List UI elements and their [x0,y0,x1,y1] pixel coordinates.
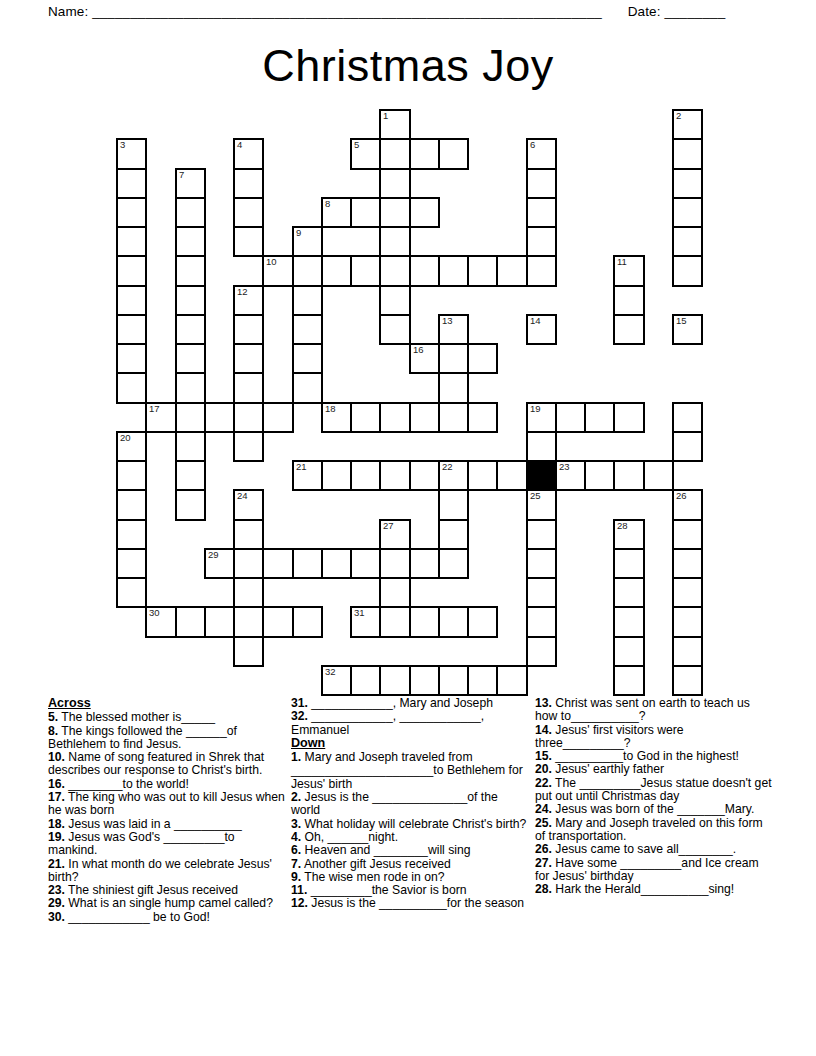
grid-cell-r9c4[interactable] [233,372,264,404]
grid-cell-r14c4[interactable] [233,519,264,550]
clue-number: 24. [535,802,552,816]
grid-cell-r6c4[interactable]: 12 [233,285,264,316]
grid-cell-r10c12[interactable] [467,402,498,433]
grid-cell-r3c19[interactable] [672,197,703,228]
clue-number: 7. [291,857,301,871]
cell-number-1: 1 [383,110,388,121]
grid-cell-r5c11[interactable] [438,255,469,287]
grid-cell-r14c14[interactable] [526,519,557,550]
grid-cell-r11c14[interactable] [526,431,557,462]
grid-cell-r16c17[interactable] [613,577,645,608]
clue-number: 12. [291,896,308,910]
grid-cell-r10c4[interactable] [233,402,264,433]
clue-down-20: 20. Jesus' earthly father [535,763,772,776]
cell-number-10: 10 [266,256,277,267]
grid-cell-r1c19[interactable] [672,138,703,170]
grid-cell-r1c10[interactable] [409,138,440,170]
grid-cell-r3c0[interactable] [116,197,147,228]
grid-cell-r9c2[interactable] [175,372,206,404]
grid-cell-r3c14[interactable] [526,197,557,228]
clue-number: 19. [48,830,65,844]
grid-cell-r18c19[interactable] [672,636,703,667]
clue-number: 20. [535,762,552,776]
grid-cell-r16c0[interactable] [116,577,147,608]
grid-cell-r12c15[interactable]: 23 [555,460,586,491]
clue-across-5: 5. The blessed mother is_____ [48,711,285,724]
cell-number-24: 24 [237,490,248,501]
grid-cell-r10c1[interactable]: 17 [145,402,177,433]
down-header: Down [291,737,528,750]
clue-number: 13. [535,696,552,710]
grid-cell-r2c4[interactable] [233,168,264,199]
grid-cell-r10c17[interactable] [613,402,645,433]
grid-cell-r9c0[interactable] [116,372,147,404]
grid-cell-r7c4[interactable] [233,314,264,345]
grid-cell-r10c10[interactable] [409,402,440,433]
cell-number-16: 16 [413,344,424,355]
grid-cell-r19c9[interactable] [379,665,411,696]
clue-across-21: 21. In what month do we celebrate Jesus'… [48,858,285,885]
cell-number-21: 21 [296,461,307,472]
clue-number: 17. [48,790,65,804]
grid-cell-r19c8[interactable] [350,665,381,696]
cell-number-12: 12 [237,286,248,297]
cell-number-9: 9 [296,227,301,238]
grid-cell-r17c8[interactable]: 31 [350,606,381,638]
grid-cell-r5c9[interactable] [379,255,411,287]
grid-cell-r16c14[interactable] [526,577,557,608]
clue-down-25: 25. Mary and Joseph traveled on this for… [535,817,772,844]
clue-down-9: 9. The wise men rode in on? [291,871,528,884]
clue-across-8: 8. The kings followed the ______of Bethl… [48,725,285,752]
grid-cell-r18c4[interactable] [233,636,264,667]
grid-cell-r6c9[interactable] [379,285,411,316]
clue-number: 1. [291,750,301,764]
clue-number: 26. [535,842,552,856]
grid-cell-r5c8[interactable] [350,255,381,287]
cell-number-13: 13 [442,315,453,326]
grid-cell-r9c6[interactable] [292,372,323,404]
grid-cell-r15c17[interactable] [613,548,645,579]
clue-down-14: 14. Jesus' first visitors were three____… [535,724,772,751]
clue-number: 22. [535,776,552,790]
grid-cell-r12c11[interactable]: 22 [438,460,469,491]
clue-column-3: 13. Christ was sent on earth to teach us… [535,697,772,896]
grid-cell-r17c5[interactable] [262,606,294,638]
clue-number: 31. [291,696,308,710]
grid-cell-r7c17[interactable] [613,314,645,345]
grid-cell-r1c8[interactable]: 5 [350,138,381,170]
cell-number-31: 31 [354,607,365,618]
grid-cell-r2c19[interactable] [672,168,703,199]
cell-number-2: 2 [676,110,681,121]
grid-cell-r8c4[interactable] [233,343,264,374]
grid-cell-r15c5[interactable] [262,548,294,579]
clue-across-17: 17. The king who was out to kill Jesus w… [48,791,285,818]
clue-down-24: 24. Jesus was born of the _______Mary. [535,803,772,816]
grid-cell-r3c10[interactable] [409,197,440,228]
grid-cell-r12c17[interactable] [613,460,645,491]
grid-cell-r4c14[interactable] [526,226,557,257]
clue-down-4: 4. Oh, ______night. [291,831,528,844]
grid-cell-r10c5[interactable] [262,402,294,433]
clue-number: 23. [48,883,65,897]
grid-cell-r17c2[interactable] [175,606,206,638]
grid-cell-r11c4[interactable] [233,431,264,462]
grid-cell-r12c6[interactable]: 21 [292,460,323,491]
grid-cell-r15c11[interactable] [438,548,469,579]
grid-cell-r17c3[interactable] [204,606,235,638]
cell-number-15: 15 [676,315,687,326]
grid-cell-r1c14[interactable]: 6 [526,138,557,170]
grid-cell-r7c2[interactable] [175,314,206,345]
cell-number-6: 6 [530,139,535,150]
grid-cell-r18c14[interactable] [526,636,557,667]
grid-cell-r5c10[interactable] [409,255,440,287]
clue-number: 11. [291,883,307,897]
cell-number-3: 3 [120,139,125,150]
grid-cell-r5c6[interactable] [292,255,323,287]
grid-cell-r6c2[interactable] [175,285,206,316]
grid-cell-r8c10[interactable]: 16 [409,343,440,374]
grid-cell-r19c10[interactable] [409,665,440,696]
grid-cell-r7c14[interactable]: 14 [526,314,557,345]
black-cell [526,460,557,491]
grid-cell-r7c0[interactable] [116,314,147,345]
grid-cell-r8c0[interactable] [116,343,147,374]
cell-number-26: 26 [676,490,687,501]
grid-cell-r12c16[interactable] [584,460,615,491]
grid-cell-r8c11[interactable] [438,343,469,374]
grid-cell-r0c9[interactable]: 1 [379,109,411,140]
grid-cell-r4c2[interactable] [175,226,206,257]
grid-cell-r19c17[interactable] [613,665,645,696]
clue-number: 25. [535,816,552,830]
grid-cell-r16c4[interactable] [233,577,264,608]
grid-cell-r4c4[interactable] [233,226,264,257]
clue-number: 5. [48,710,58,724]
clue-number: 4. [291,830,301,844]
clue-number: 3. [291,817,301,831]
cell-number-7: 7 [179,169,184,180]
grid-cell-r10c2[interactable] [175,402,206,433]
clue-number: 2. [291,790,301,804]
grid-cell-r13c4[interactable]: 24 [233,489,264,521]
grid-cell-r6c17[interactable] [613,285,645,316]
cell-number-14: 14 [530,315,541,326]
clue-down-22: 22. The _________Jesus statue doesn't ge… [535,777,772,804]
clue-across-29: 29. What is an single hump camel called? [48,897,285,910]
grid-cell-r4c0[interactable] [116,226,147,257]
grid-cell-r15c10[interactable] [409,548,440,579]
grid-cell-r12c9[interactable] [379,460,411,491]
grid-cell-r12c8[interactable] [350,460,381,491]
clue-down-15: 15. __________to God in the highest! [535,750,772,763]
grid-cell-r13c0[interactable] [116,489,147,521]
grid-cell-r16c19[interactable] [672,577,703,608]
clue-across-16: 16. ________to the world! [48,778,285,791]
grid-cell-r5c14[interactable] [526,255,557,287]
clue-number: 10. [48,750,65,764]
grid-cell-r5c12[interactable] [467,255,498,287]
grid-cell-r2c0[interactable] [116,168,147,199]
grid-cell-r8c6[interactable] [292,343,323,374]
cell-number-19: 19 [530,403,541,414]
grid-cell-r17c4[interactable] [233,606,264,638]
grid-cell-r7c9[interactable] [379,314,411,345]
clue-number: 6. [291,843,301,857]
grid-cell-r17c17[interactable] [613,606,645,638]
clue-down-26: 26. Jesus came to save all________. [535,843,772,856]
clue-down-11: 11. _________the Savior is born [291,884,528,897]
grid-cell-r3c8[interactable] [350,197,381,228]
grid-cell-r12c18[interactable] [643,460,674,491]
clue-across-30: 30. ____________ be to God! [48,911,285,924]
grid-cell-r16c9[interactable] [379,577,411,608]
grid-cell-r10c16[interactable] [584,402,615,433]
grid-cell-r2c14[interactable] [526,168,557,199]
grid-cell-r19c7[interactable]: 32 [321,665,352,696]
cell-number-11: 11 [617,256,627,267]
cell-number-25: 25 [530,490,541,501]
grid-cell-r17c11[interactable] [438,606,469,638]
clue-number: 32. [291,709,308,723]
clue-down-6: 6. Heaven and ________will sing [291,844,528,857]
grid-cell-r5c0[interactable] [116,255,147,287]
clue-number: 15. [535,749,552,763]
clue-down-13: 13. Christ was sent on earth to teach us… [535,697,772,724]
grid-cell-r12c10[interactable] [409,460,440,491]
worksheet-page: Name: __________________________________… [0,0,816,1056]
clue-across-18: 18. Jesus was laid in a __________ [48,818,285,831]
clue-number: 30. [48,910,65,924]
cell-number-29: 29 [208,549,219,560]
clue-number: 14. [535,723,552,737]
grid-cell-r17c19[interactable] [672,606,703,638]
grid-cell-r11c2[interactable] [175,431,206,462]
grid-cell-r13c14[interactable]: 25 [526,489,557,521]
grid-cell-r15c8[interactable] [350,548,381,579]
across-header: Across [48,697,285,710]
grid-cell-r12c13[interactable] [496,460,528,491]
grid-cell-r17c9[interactable] [379,606,411,638]
grid-cell-r15c6[interactable] [292,548,323,579]
clue-down-1: 1. Mary and Joseph traveled from _______… [291,751,528,791]
grid-cell-r5c7[interactable] [321,255,352,287]
grid-cell-r17c1[interactable]: 30 [145,606,177,638]
grid-cell-r1c0[interactable]: 3 [116,138,147,170]
grid-cell-r3c7[interactable]: 8 [321,197,352,228]
grid-cell-r5c5[interactable]: 10 [262,255,294,287]
grid-cell-r10c19[interactable] [672,402,703,433]
grid-cell-r19c19[interactable] [672,665,703,696]
clue-number: 8. [48,724,58,738]
grid-cell-r12c2[interactable] [175,460,206,491]
grid-cell-r18c17[interactable] [613,636,645,667]
cell-number-8: 8 [325,198,330,209]
cell-number-23: 23 [559,461,570,472]
grid-cell-r19c13[interactable] [496,665,528,696]
grid-cell-r10c8[interactable] [350,402,381,433]
grid-cell-r6c0[interactable] [116,285,147,316]
grid-cell-r10c3[interactable] [204,402,235,433]
clue-number: 9. [291,870,301,884]
cell-number-27: 27 [383,520,394,531]
grid-cell-r17c12[interactable] [467,606,498,638]
clue-across-31: 31. ____________, Mary and Joseph [291,697,528,710]
cell-number-18: 18 [325,403,336,414]
clue-number: 18. [48,817,65,831]
grid-cell-r7c19[interactable]: 15 [672,314,703,345]
grid-cell-r15c3[interactable]: 29 [204,548,235,579]
grid-cell-r6c6[interactable] [292,285,323,316]
grid-cell-r1c4[interactable]: 4 [233,138,264,170]
grid-cell-r4c9[interactable] [379,226,411,257]
clue-down-2: 2. Jesus is the ______________of the wor… [291,791,528,818]
clue-across-32: 32. ____________, ____________, Emmanuel [291,710,528,737]
grid-cell-r13c11[interactable] [438,489,469,521]
grid-cell-r17c6[interactable] [292,606,323,638]
clue-number: 29. [48,896,65,910]
grid-cell-r17c10[interactable] [409,606,440,638]
clue-down-27: 27. Have some _________and Ice cream for… [535,857,772,884]
clue-column-2: 31. ____________, Mary and Joseph32. ___… [291,697,528,911]
grid-cell-r14c9[interactable]: 27 [379,519,411,550]
clue-number: 21. [48,857,65,871]
cell-number-5: 5 [354,139,359,150]
grid-cell-r3c9[interactable] [379,197,411,228]
grid-cell-r15c7[interactable] [321,548,352,579]
cell-number-32: 32 [325,666,336,677]
grid-cell-r19c11[interactable] [438,665,469,696]
grid-cell-r2c9[interactable] [379,168,411,199]
grid-cell-r15c19[interactable] [672,548,703,579]
clue-number: 16. [48,777,65,791]
grid-cell-r15c9[interactable] [379,548,411,579]
grid-cell-r10c14[interactable]: 19 [526,402,557,433]
clue-across-19: 19. Jesus was God's _________to mankind. [48,831,285,858]
grid-cell-r9c11[interactable] [438,372,469,404]
clue-across-10: 10. Name of song featured in Shrek that … [48,751,285,778]
grid-cell-r4c19[interactable] [672,226,703,257]
grid-cell-r1c11[interactable] [438,138,469,170]
cell-number-28: 28 [617,520,628,531]
grid-cell-r19c12[interactable] [467,665,498,696]
grid-cell-r2c2[interactable]: 7 [175,168,206,199]
grid-cell-r4c6[interactable]: 9 [292,226,323,257]
grid-cell-r13c19[interactable]: 26 [672,489,703,521]
clue-down-12: 12. Jesus is the __________for the seaso… [291,897,528,910]
grid-cell-r5c17[interactable]: 11 [613,255,645,287]
grid-cell-r15c14[interactable] [526,548,557,579]
grid-cell-r8c12[interactable] [467,343,498,374]
grid-cell-r5c2[interactable] [175,255,206,287]
grid-cell-r15c4[interactable] [233,548,264,579]
clue-column-1: Across5. The blessed mother is_____8. Th… [48,697,285,924]
grid-cell-r11c0[interactable]: 20 [116,431,147,462]
grid-cell-r14c0[interactable] [116,519,147,550]
clue-down-3: 3. What holiday will celebrate Christ's … [291,818,528,831]
cell-number-20: 20 [120,432,131,443]
cell-number-17: 17 [149,403,160,414]
cell-number-4: 4 [237,139,242,150]
grid-cell-r15c0[interactable] [116,548,147,579]
grid-cell-r7c6[interactable] [292,314,323,345]
grid-cell-r10c11[interactable] [438,402,469,433]
grid-cell-r3c2[interactable] [175,197,206,228]
grid-cell-r14c17[interactable]: 28 [613,519,645,550]
grid-cell-r0c19[interactable]: 2 [672,109,703,140]
grid-cell-r13c2[interactable] [175,489,206,521]
grid-cell-r10c7[interactable]: 18 [321,402,352,433]
clue-number: 28. [535,882,552,896]
grid-cell-r7c11[interactable]: 13 [438,314,469,345]
grid-cell-r3c4[interactable] [233,197,264,228]
cell-number-30: 30 [149,607,160,618]
grid-cell-r12c12[interactable] [467,460,498,491]
grid-cell-r10c15[interactable] [555,402,586,433]
grid-cell-r12c7[interactable] [321,460,352,491]
cell-number-22: 22 [442,461,453,472]
grid-cell-r8c2[interactable] [175,343,206,374]
grid-cell-r1c9[interactable] [379,138,411,170]
clue-down-7: 7. Another gift Jesus received [291,858,528,871]
grid-cell-r17c14[interactable] [526,606,557,638]
grid-cell-r5c13[interactable] [496,255,528,287]
clue-number: 27. [535,856,552,870]
grid-cell-r14c19[interactable] [672,519,703,550]
clue-down-28: 28. Hark the Herald__________sing! [535,883,772,896]
grid-cell-r12c0[interactable] [116,460,147,491]
grid-cell-r10c9[interactable] [379,402,411,433]
grid-cell-r14c11[interactable] [438,519,469,550]
grid-cell-r11c19[interactable] [672,431,703,462]
clue-across-23: 23. The shiniest gift Jesus received [48,884,285,897]
grid-cell-r5c19[interactable] [672,255,703,287]
